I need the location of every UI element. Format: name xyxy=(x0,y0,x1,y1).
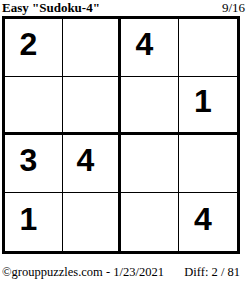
cell-r1c1[interactable]: 2 xyxy=(5,19,63,77)
cell-value: 3 xyxy=(20,142,38,179)
cell-r4c4[interactable]: 4 xyxy=(179,193,237,251)
sudoku-grid: 2 4 1 3 4 1 4 xyxy=(2,16,240,254)
header: Easy "Sudoku-4" 9/16 xyxy=(2,0,245,15)
copyright-text: ©grouppuzzles.com - 1/23/2021 xyxy=(2,265,164,279)
cell-value: 1 xyxy=(20,201,38,238)
cell-r2c3[interactable] xyxy=(121,77,179,135)
cell-value: 4 xyxy=(136,26,154,63)
cell-r3c4[interactable] xyxy=(179,135,237,193)
cell-r1c4[interactable] xyxy=(179,19,237,77)
cell-value: 4 xyxy=(77,142,95,179)
cell-r3c3[interactable] xyxy=(121,135,179,193)
difficulty-text: Diff: 2 / 81 xyxy=(184,265,240,279)
cell-r2c1[interactable] xyxy=(5,77,63,135)
cell-value: 1 xyxy=(194,83,212,120)
puzzle-counter: 9/16 xyxy=(222,0,245,15)
cell-value: 4 xyxy=(194,201,212,238)
cell-r4c2[interactable] xyxy=(63,193,121,251)
cell-r3c1[interactable]: 3 xyxy=(5,135,63,193)
cell-value: 2 xyxy=(20,26,38,63)
cell-r1c2[interactable] xyxy=(63,19,121,77)
sudoku-page: Easy "Sudoku-4" 9/16 2 4 1 3 4 1 4 ©grou… xyxy=(0,0,247,282)
cell-r2c4[interactable]: 1 xyxy=(179,77,237,135)
cell-r4c3[interactable] xyxy=(121,193,179,251)
footer: ©grouppuzzles.com - 1/23/2021 Diff: 2 / … xyxy=(2,265,245,279)
cell-r4c1[interactable]: 1 xyxy=(5,193,63,251)
cell-r2c2[interactable] xyxy=(63,77,121,135)
puzzle-title: Easy "Sudoku-4" xyxy=(2,0,100,15)
cell-r3c2[interactable]: 4 xyxy=(63,135,121,193)
cell-r1c3[interactable]: 4 xyxy=(121,19,179,77)
